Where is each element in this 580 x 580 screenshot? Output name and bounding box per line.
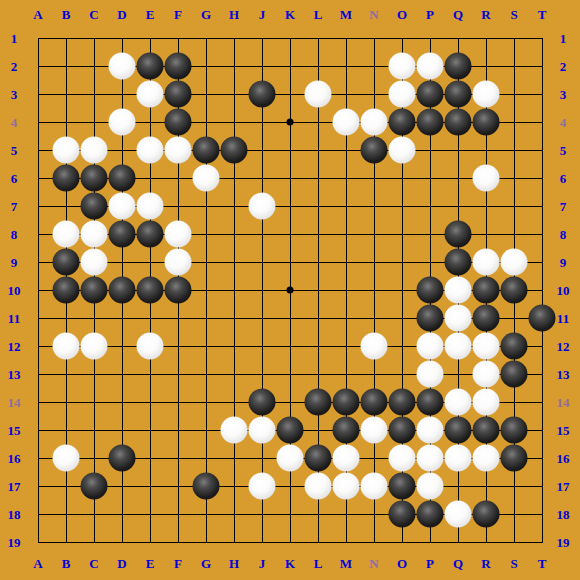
col-label-top-N: N	[360, 0, 388, 28]
row-label-left-9: 9	[0, 248, 28, 276]
stone-white-D4[interactable]	[109, 109, 136, 136]
stone-white-N12[interactable]	[361, 333, 388, 360]
col-label-top-G: G	[192, 0, 220, 28]
stone-white-M16[interactable]	[333, 445, 360, 472]
stone-black-F4[interactable]	[165, 109, 192, 136]
stone-white-O3[interactable]	[389, 81, 416, 108]
stone-black-Q15[interactable]	[445, 417, 472, 444]
row-label-right-19: 19	[549, 528, 577, 556]
stone-black-M14[interactable]	[333, 389, 360, 416]
stone-black-S16[interactable]	[501, 445, 528, 472]
stone-white-P15[interactable]	[417, 417, 444, 444]
stone-black-C7[interactable]	[81, 193, 108, 220]
col-label-bottom-E: E	[136, 549, 164, 577]
stone-white-P16[interactable]	[417, 445, 444, 472]
stone-white-M17[interactable]	[333, 473, 360, 500]
col-label-top-D: D	[108, 0, 136, 28]
stone-black-F2[interactable]	[165, 53, 192, 80]
stone-white-B5[interactable]	[53, 137, 80, 164]
stone-black-J3[interactable]	[249, 81, 276, 108]
row-label-right-12: 12	[549, 332, 577, 360]
stone-black-P3[interactable]	[417, 81, 444, 108]
stone-black-E10[interactable]	[137, 277, 164, 304]
col-label-top-K: K	[276, 0, 304, 28]
stone-black-Q2[interactable]	[445, 53, 472, 80]
stone-black-S10[interactable]	[501, 277, 528, 304]
stone-black-H5[interactable]	[221, 137, 248, 164]
grid-line-h-13	[38, 374, 543, 375]
stone-black-O17[interactable]	[389, 473, 416, 500]
col-label-top-L: L	[304, 0, 332, 28]
row-label-right-18: 18	[549, 500, 577, 528]
row-label-left-5: 5	[0, 136, 28, 164]
col-label-bottom-S: S	[500, 549, 528, 577]
stone-white-P13[interactable]	[417, 361, 444, 388]
row-label-left-1: 1	[0, 24, 28, 52]
col-label-top-P: P	[416, 0, 444, 28]
stone-black-K15[interactable]	[277, 417, 304, 444]
row-label-left-13: 13	[0, 360, 28, 388]
row-label-left-15: 15	[0, 416, 28, 444]
col-label-top-C: C	[80, 0, 108, 28]
grid-line-h-19	[38, 542, 543, 543]
stone-white-C12[interactable]	[81, 333, 108, 360]
stone-white-D7[interactable]	[109, 193, 136, 220]
row-label-left-11: 11	[0, 304, 28, 332]
stone-white-E12[interactable]	[137, 333, 164, 360]
row-label-right-7: 7	[549, 192, 577, 220]
stone-white-J15[interactable]	[249, 417, 276, 444]
star-point-K4	[287, 119, 294, 126]
col-label-bottom-M: M	[332, 549, 360, 577]
stone-white-B12[interactable]	[53, 333, 80, 360]
stone-white-Q16[interactable]	[445, 445, 472, 472]
stone-white-R12[interactable]	[473, 333, 500, 360]
col-label-bottom-R: R	[472, 549, 500, 577]
stone-white-O16[interactable]	[389, 445, 416, 472]
col-label-bottom-P: P	[416, 549, 444, 577]
row-label-right-2: 2	[549, 52, 577, 80]
stone-white-R6[interactable]	[473, 165, 500, 192]
stone-white-O5[interactable]	[389, 137, 416, 164]
col-label-top-S: S	[500, 0, 528, 28]
row-label-right-17: 17	[549, 472, 577, 500]
col-label-top-O: O	[388, 0, 416, 28]
col-label-top-Q: Q	[444, 0, 472, 28]
stone-black-D16[interactable]	[109, 445, 136, 472]
row-label-left-16: 16	[0, 444, 28, 472]
stone-black-Q4[interactable]	[445, 109, 472, 136]
stone-white-O2[interactable]	[389, 53, 416, 80]
stone-black-R10[interactable]	[473, 277, 500, 304]
col-label-top-E: E	[136, 0, 164, 28]
stone-white-N17[interactable]	[361, 473, 388, 500]
col-label-top-J: J	[248, 0, 276, 28]
stone-black-P10[interactable]	[417, 277, 444, 304]
stone-white-B8[interactable]	[53, 221, 80, 248]
stone-white-C9[interactable]	[81, 249, 108, 276]
star-point-K10	[287, 287, 294, 294]
row-label-right-16: 16	[549, 444, 577, 472]
col-label-top-B: B	[52, 0, 80, 28]
stone-white-E3[interactable]	[137, 81, 164, 108]
grid-line-v-T	[542, 38, 543, 543]
stone-white-G6[interactable]	[193, 165, 220, 192]
row-label-left-3: 3	[0, 80, 28, 108]
stone-black-M15[interactable]	[333, 417, 360, 444]
stone-white-N4[interactable]	[361, 109, 388, 136]
stone-black-S12[interactable]	[501, 333, 528, 360]
stone-white-J17[interactable]	[249, 473, 276, 500]
col-label-bottom-A: A	[24, 549, 52, 577]
col-label-bottom-O: O	[388, 549, 416, 577]
stone-black-D10[interactable]	[109, 277, 136, 304]
stone-black-P18[interactable]	[417, 501, 444, 528]
col-label-bottom-B: B	[52, 549, 80, 577]
stone-black-Q9[interactable]	[445, 249, 472, 276]
grid-line-h-17	[38, 486, 543, 487]
stone-white-F5[interactable]	[165, 137, 192, 164]
stone-white-R14[interactable]	[473, 389, 500, 416]
stone-white-E5[interactable]	[137, 137, 164, 164]
col-label-bottom-G: G	[192, 549, 220, 577]
row-label-left-12: 12	[0, 332, 28, 360]
stone-white-D2[interactable]	[109, 53, 136, 80]
stone-black-O14[interactable]	[389, 389, 416, 416]
col-label-top-A: A	[24, 0, 52, 28]
col-label-bottom-H: H	[220, 549, 248, 577]
stone-white-Q14[interactable]	[445, 389, 472, 416]
row-label-right-14: 14	[549, 388, 577, 416]
stone-white-R13[interactable]	[473, 361, 500, 388]
stone-white-R9[interactable]	[473, 249, 500, 276]
row-label-right-4: 4	[549, 108, 577, 136]
stone-black-B6[interactable]	[53, 165, 80, 192]
col-label-bottom-J: J	[248, 549, 276, 577]
stone-white-L3[interactable]	[305, 81, 332, 108]
col-label-bottom-D: D	[108, 549, 136, 577]
stone-white-C5[interactable]	[81, 137, 108, 164]
stone-black-R4[interactable]	[473, 109, 500, 136]
row-label-right-10: 10	[549, 276, 577, 304]
stone-black-T11[interactable]	[529, 305, 556, 332]
stone-white-F8[interactable]	[165, 221, 192, 248]
row-label-left-19: 19	[0, 528, 28, 556]
row-label-left-6: 6	[0, 164, 28, 192]
row-label-right-13: 13	[549, 360, 577, 388]
col-label-bottom-N: N	[360, 549, 388, 577]
stone-white-Q11[interactable]	[445, 305, 472, 332]
stone-black-F3[interactable]	[165, 81, 192, 108]
stone-black-N5[interactable]	[361, 137, 388, 164]
row-label-right-8: 8	[549, 220, 577, 248]
col-label-bottom-K: K	[276, 549, 304, 577]
stone-white-L17[interactable]	[305, 473, 332, 500]
stone-black-Q8[interactable]	[445, 221, 472, 248]
stone-white-P12[interactable]	[417, 333, 444, 360]
row-label-right-3: 3	[549, 80, 577, 108]
stone-black-R15[interactable]	[473, 417, 500, 444]
col-label-bottom-L: L	[304, 549, 332, 577]
stone-white-B16[interactable]	[53, 445, 80, 472]
stone-black-C10[interactable]	[81, 277, 108, 304]
stone-white-K16[interactable]	[277, 445, 304, 472]
stone-white-Q18[interactable]	[445, 501, 472, 528]
stone-white-Q12[interactable]	[445, 333, 472, 360]
stone-black-P14[interactable]	[417, 389, 444, 416]
stone-white-R3[interactable]	[473, 81, 500, 108]
stone-black-R18[interactable]	[473, 501, 500, 528]
stone-white-P17[interactable]	[417, 473, 444, 500]
row-label-left-17: 17	[0, 472, 28, 500]
row-label-left-7: 7	[0, 192, 28, 220]
stone-white-M4[interactable]	[333, 109, 360, 136]
stone-black-O4[interactable]	[389, 109, 416, 136]
row-label-left-18: 18	[0, 500, 28, 528]
stone-black-D6[interactable]	[109, 165, 136, 192]
stone-black-S15[interactable]	[501, 417, 528, 444]
stone-white-J7[interactable]	[249, 193, 276, 220]
stone-black-S13[interactable]	[501, 361, 528, 388]
stone-black-G17[interactable]	[193, 473, 220, 500]
stone-white-R16[interactable]	[473, 445, 500, 472]
stone-black-E2[interactable]	[137, 53, 164, 80]
col-label-top-F: F	[164, 0, 192, 28]
row-label-left-10: 10	[0, 276, 28, 304]
row-label-left-4: 4	[0, 108, 28, 136]
row-label-right-1: 1	[549, 24, 577, 52]
stone-black-D8[interactable]	[109, 221, 136, 248]
col-label-bottom-Q: Q	[444, 549, 472, 577]
stone-black-J14[interactable]	[249, 389, 276, 416]
row-label-left-8: 8	[0, 220, 28, 248]
row-label-right-6: 6	[549, 164, 577, 192]
row-label-left-2: 2	[0, 52, 28, 80]
stone-black-B10[interactable]	[53, 277, 80, 304]
stone-black-C17[interactable]	[81, 473, 108, 500]
stone-black-Q3[interactable]	[445, 81, 472, 108]
stone-black-O18[interactable]	[389, 501, 416, 528]
stone-black-N14[interactable]	[361, 389, 388, 416]
row-label-left-14: 14	[0, 388, 28, 416]
stone-black-G5[interactable]	[193, 137, 220, 164]
stone-black-E8[interactable]	[137, 221, 164, 248]
stone-white-P2[interactable]	[417, 53, 444, 80]
col-label-top-R: R	[472, 0, 500, 28]
stone-black-O15[interactable]	[389, 417, 416, 444]
col-label-bottom-C: C	[80, 549, 108, 577]
col-label-top-H: H	[220, 0, 248, 28]
stone-black-C6[interactable]	[81, 165, 108, 192]
stone-white-S9[interactable]	[501, 249, 528, 276]
stone-white-H15[interactable]	[221, 417, 248, 444]
stone-black-P4[interactable]	[417, 109, 444, 136]
stone-white-C8[interactable]	[81, 221, 108, 248]
go-board[interactable]: AABBCCDDEEFFGGHHJJKKLLMMNNOOPPQQRRSSTT11…	[0, 0, 580, 580]
stone-white-E7[interactable]	[137, 193, 164, 220]
stone-black-L16[interactable]	[305, 445, 332, 472]
row-label-right-5: 5	[549, 136, 577, 164]
stone-white-N15[interactable]	[361, 417, 388, 444]
stone-white-F9[interactable]	[165, 249, 192, 276]
stone-white-Q10[interactable]	[445, 277, 472, 304]
row-label-right-15: 15	[549, 416, 577, 444]
stone-black-F10[interactable]	[165, 277, 192, 304]
col-label-bottom-F: F	[164, 549, 192, 577]
stone-black-R11[interactable]	[473, 305, 500, 332]
stone-black-B9[interactable]	[53, 249, 80, 276]
stone-black-L14[interactable]	[305, 389, 332, 416]
stone-black-P11[interactable]	[417, 305, 444, 332]
col-label-top-M: M	[332, 0, 360, 28]
row-label-right-9: 9	[549, 248, 577, 276]
